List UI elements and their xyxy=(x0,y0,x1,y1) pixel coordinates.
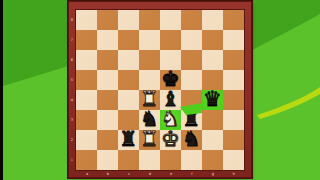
square-h3 xyxy=(223,110,244,130)
square-e3: ♞ xyxy=(160,110,181,130)
square-h7 xyxy=(223,30,244,50)
black-queen-icon: ♛ xyxy=(202,88,223,110)
square-d1 xyxy=(139,150,160,170)
chess-board-frame: ♚♜♝♛♞♞♜♜♜♚♞ 87654321 abcdefgh xyxy=(68,1,252,178)
square-d8 xyxy=(139,10,160,30)
file-label-a: a xyxy=(84,172,89,176)
square-g1 xyxy=(202,150,223,170)
square-c7 xyxy=(118,30,139,50)
square-e4: ♝ xyxy=(160,90,181,110)
square-g5 xyxy=(202,70,223,90)
square-b6 xyxy=(97,50,118,70)
square-f1 xyxy=(181,150,202,170)
square-e2: ♚ xyxy=(160,130,181,150)
black-rook-icon: ♜ xyxy=(118,128,139,150)
square-c3 xyxy=(118,110,139,130)
square-a1 xyxy=(76,150,97,170)
square-a3 xyxy=(76,110,97,130)
square-b1 xyxy=(97,150,118,170)
rank-label-5: 5 xyxy=(70,78,75,82)
file-label-d: d xyxy=(147,172,152,176)
white-rook-icon: ♜ xyxy=(139,128,160,150)
rank-label-7: 7 xyxy=(70,38,75,42)
square-h4 xyxy=(223,90,244,110)
square-f3: ♜ xyxy=(181,110,202,130)
square-d6 xyxy=(139,50,160,70)
square-c8 xyxy=(118,10,139,30)
left-edge-bar xyxy=(0,0,3,180)
rank-label-4: 4 xyxy=(70,98,75,102)
square-f8 xyxy=(181,10,202,30)
rank-label-2: 2 xyxy=(70,138,75,142)
square-e7 xyxy=(160,30,181,50)
square-f4 xyxy=(181,90,202,110)
file-label-f: f xyxy=(189,172,194,176)
thumbnail-canvas: ♚♜♝♛♞♞♜♜♜♚♞ 87654321 abcdefgh xyxy=(0,0,320,180)
square-b3 xyxy=(97,110,118,130)
square-g8 xyxy=(202,10,223,30)
square-g4: ♛ xyxy=(202,90,223,110)
square-b7 xyxy=(97,30,118,50)
square-g7 xyxy=(202,30,223,50)
square-d5 xyxy=(139,70,160,90)
black-knight-icon: ♞ xyxy=(139,108,160,130)
square-d4: ♜ xyxy=(139,90,160,110)
square-a5 xyxy=(76,70,97,90)
square-b4 xyxy=(97,90,118,110)
square-g3 xyxy=(202,110,223,130)
square-g2 xyxy=(202,130,223,150)
rank-label-3: 3 xyxy=(70,118,75,122)
square-f2: ♞ xyxy=(181,130,202,150)
white-knight-icon: ♞ xyxy=(160,108,181,130)
square-h5 xyxy=(223,70,244,90)
square-c2: ♜ xyxy=(118,130,139,150)
file-label-h: h xyxy=(231,172,236,176)
square-b8 xyxy=(97,10,118,30)
rank-label-1: 1 xyxy=(70,158,75,162)
file-label-g: g xyxy=(210,172,215,176)
square-b5 xyxy=(97,70,118,90)
square-e5: ♚ xyxy=(160,70,181,90)
file-label-b: b xyxy=(105,172,110,176)
white-king-icon: ♚ xyxy=(160,128,181,150)
square-a6 xyxy=(76,50,97,70)
white-rook-icon: ♜ xyxy=(139,88,160,110)
square-a7 xyxy=(76,30,97,50)
square-b2 xyxy=(97,130,118,150)
square-h2 xyxy=(223,130,244,150)
square-c6 xyxy=(118,50,139,70)
square-h8 xyxy=(223,10,244,30)
square-h1 xyxy=(223,150,244,170)
file-label-e: e xyxy=(168,172,173,176)
square-a2 xyxy=(76,130,97,150)
rank-label-6: 6 xyxy=(70,58,75,62)
black-knight-icon: ♞ xyxy=(181,128,202,150)
square-c1 xyxy=(118,150,139,170)
square-e8 xyxy=(160,10,181,30)
square-f6 xyxy=(181,50,202,70)
square-g6 xyxy=(202,50,223,70)
square-e6 xyxy=(160,50,181,70)
square-c5 xyxy=(118,70,139,90)
square-e1 xyxy=(160,150,181,170)
square-d2: ♜ xyxy=(139,130,160,150)
black-king-icon: ♚ xyxy=(160,68,181,90)
square-d7 xyxy=(139,30,160,50)
black-bishop-icon: ♝ xyxy=(160,88,181,110)
square-d3: ♞ xyxy=(139,110,160,130)
chess-board: ♚♜♝♛♞♞♜♜♜♚♞ xyxy=(76,10,244,170)
file-label-c: c xyxy=(126,172,131,176)
square-f5 xyxy=(181,70,202,90)
square-f7 xyxy=(181,30,202,50)
rank-label-8: 8 xyxy=(70,18,75,22)
square-a4 xyxy=(76,90,97,110)
square-c4 xyxy=(118,90,139,110)
black-rook-icon: ♜ xyxy=(181,108,202,130)
square-h6 xyxy=(223,50,244,70)
square-a8 xyxy=(76,10,97,30)
